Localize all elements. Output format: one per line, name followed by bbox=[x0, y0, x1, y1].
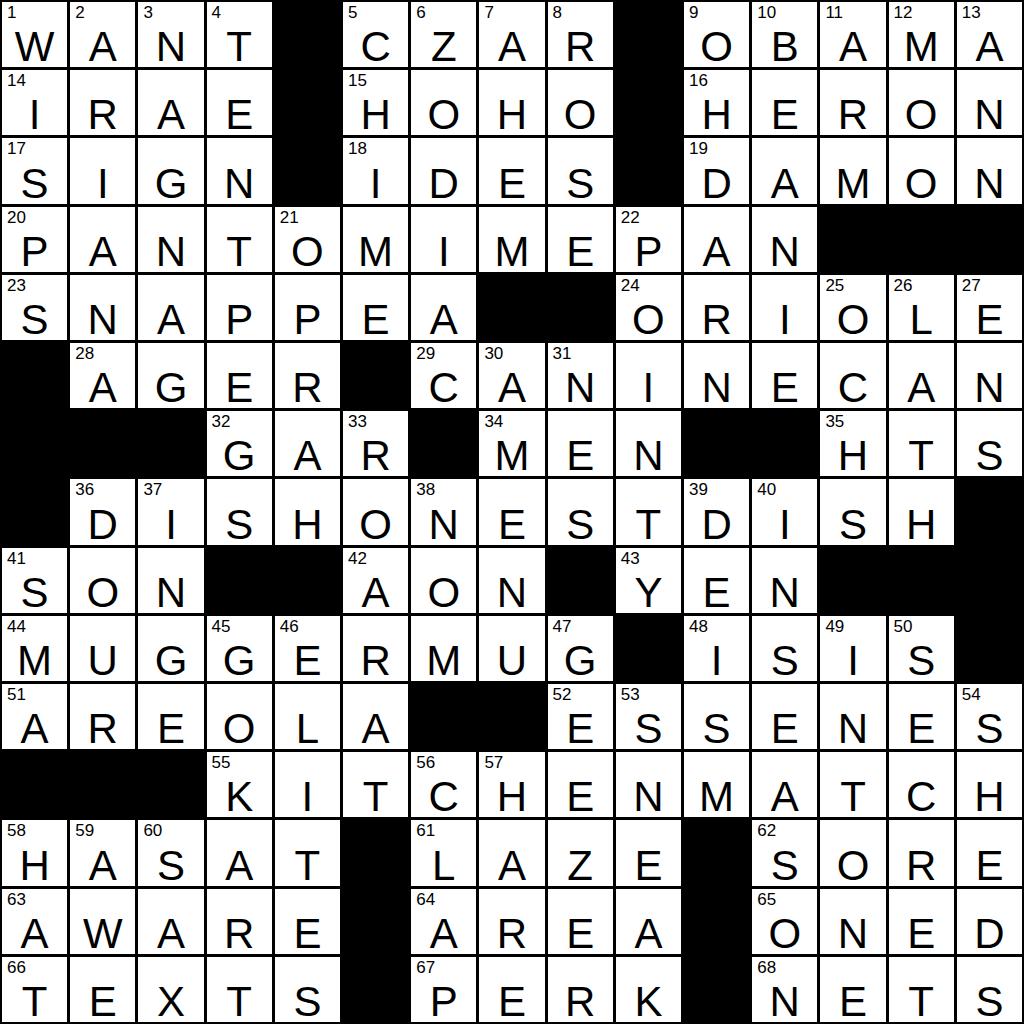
letter-cell[interactable]: A bbox=[752, 752, 817, 817]
letter-cell[interactable]: E bbox=[70, 957, 135, 1022]
clue-number: 67 bbox=[416, 959, 435, 978]
cell-letter: E bbox=[684, 572, 749, 613]
letter-cell[interactable]: 61L bbox=[411, 820, 476, 885]
letter-cell[interactable]: A bbox=[343, 684, 408, 749]
clue-number: 55 bbox=[212, 754, 231, 773]
letter-cell[interactable]: M bbox=[479, 207, 544, 272]
cell-letter: M bbox=[479, 231, 544, 272]
letter-cell[interactable]: M bbox=[411, 616, 476, 681]
cell-letter: G bbox=[548, 640, 613, 681]
letter-cell[interactable]: 10B bbox=[752, 2, 817, 67]
letter-cell[interactable]: E bbox=[275, 889, 340, 954]
letter-cell[interactable]: 41S bbox=[2, 548, 67, 613]
letter-cell[interactable]: 58H bbox=[2, 820, 67, 885]
letter-cell[interactable]: 36D bbox=[70, 479, 135, 544]
letter-cell[interactable]: A bbox=[207, 820, 272, 885]
block-cell bbox=[616, 2, 681, 67]
letter-cell[interactable]: E bbox=[889, 684, 954, 749]
cell-letter: P bbox=[2, 231, 67, 272]
cell-letter: S bbox=[548, 163, 613, 204]
letter-cell[interactable]: 67P bbox=[411, 957, 476, 1022]
cell-letter: D bbox=[957, 913, 1022, 954]
letter-cell[interactable]: 9O bbox=[684, 2, 749, 67]
cell-letter: A bbox=[479, 26, 544, 67]
cell-letter: A bbox=[70, 231, 135, 272]
letter-cell[interactable]: 47G bbox=[548, 616, 613, 681]
letter-cell[interactable]: O bbox=[820, 820, 885, 885]
letter-cell[interactable]: I bbox=[275, 752, 340, 817]
clue-number: 20 bbox=[7, 209, 26, 228]
cell-letter: T bbox=[343, 776, 408, 817]
letter-cell[interactable]: O bbox=[70, 548, 135, 613]
cell-letter: T bbox=[207, 231, 272, 272]
letter-cell[interactable]: G bbox=[138, 138, 203, 203]
cell-letter: S bbox=[957, 435, 1022, 476]
letter-cell[interactable]: 16H bbox=[684, 70, 749, 135]
letter-cell[interactable]: M bbox=[820, 138, 885, 203]
letter-cell[interactable]: Z bbox=[548, 820, 613, 885]
clue-number: 59 bbox=[75, 822, 94, 841]
letter-cell[interactable]: N bbox=[752, 207, 817, 272]
cell-letter: E bbox=[957, 299, 1022, 340]
letter-cell[interactable]: 45G bbox=[207, 616, 272, 681]
cell-letter: I bbox=[138, 504, 203, 545]
letter-cell[interactable]: 54S bbox=[957, 684, 1022, 749]
letter-cell[interactable]: A bbox=[138, 275, 203, 340]
letter-cell[interactable]: N bbox=[684, 343, 749, 408]
cell-letter: A bbox=[752, 776, 817, 817]
letter-cell[interactable]: R bbox=[275, 343, 340, 408]
letter-cell[interactable]: E bbox=[752, 70, 817, 135]
letter-cell[interactable]: 43Y bbox=[616, 548, 681, 613]
letter-cell[interactable]: 60S bbox=[138, 820, 203, 885]
letter-cell[interactable]: E bbox=[820, 957, 885, 1022]
letter-cell[interactable]: 68N bbox=[752, 957, 817, 1022]
letter-cell[interactable]: T bbox=[820, 752, 885, 817]
letter-cell[interactable]: S bbox=[207, 479, 272, 544]
block-cell bbox=[138, 411, 203, 476]
cell-letter: K bbox=[616, 981, 681, 1022]
letter-cell[interactable]: 19D bbox=[684, 138, 749, 203]
letter-cell[interactable]: S bbox=[957, 411, 1022, 476]
letter-cell[interactable]: 12M bbox=[889, 2, 954, 67]
letter-cell[interactable]: H bbox=[275, 479, 340, 544]
cell-letter: R bbox=[820, 94, 885, 135]
clue-number: 39 bbox=[689, 481, 708, 500]
cell-letter: S bbox=[207, 504, 272, 545]
letter-cell[interactable]: 13A bbox=[957, 2, 1022, 67]
letter-cell[interactable]: N bbox=[957, 70, 1022, 135]
letter-cell[interactable]: 26L bbox=[889, 275, 954, 340]
letter-cell[interactable]: O bbox=[411, 70, 476, 135]
block-cell bbox=[616, 138, 681, 203]
letter-cell[interactable]: A bbox=[479, 820, 544, 885]
cell-letter: E bbox=[343, 299, 408, 340]
letter-cell[interactable]: N bbox=[820, 889, 885, 954]
letter-cell[interactable]: N bbox=[957, 138, 1022, 203]
letter-cell[interactable]: H bbox=[889, 479, 954, 544]
letter-cell[interactable]: E bbox=[138, 684, 203, 749]
cell-letter: C bbox=[411, 776, 476, 817]
cell-letter: L bbox=[889, 299, 954, 340]
block-cell bbox=[820, 207, 885, 272]
letter-cell[interactable]: N bbox=[616, 411, 681, 476]
letter-cell[interactable]: O bbox=[889, 70, 954, 135]
letter-cell[interactable]: A bbox=[138, 70, 203, 135]
clue-number: 45 bbox=[212, 618, 231, 637]
cell-letter: O bbox=[70, 572, 135, 613]
cell-letter: E bbox=[479, 163, 544, 204]
cell-letter: E bbox=[820, 981, 885, 1022]
letter-cell[interactable]: E bbox=[752, 684, 817, 749]
cell-letter: A bbox=[70, 26, 135, 67]
letter-cell[interactable]: 24O bbox=[616, 275, 681, 340]
block-cell bbox=[2, 411, 67, 476]
clue-number: 13 bbox=[962, 4, 981, 23]
clue-number: 42 bbox=[348, 550, 367, 569]
letter-cell[interactable]: 51A bbox=[2, 684, 67, 749]
letter-cell[interactable]: 39D bbox=[684, 479, 749, 544]
clue-number: 27 bbox=[962, 277, 981, 296]
letter-cell[interactable]: R bbox=[70, 684, 135, 749]
clue-number: 5 bbox=[348, 4, 357, 23]
cell-letter: N bbox=[207, 163, 272, 204]
letter-cell[interactable]: E bbox=[616, 820, 681, 885]
letter-cell[interactable]: W bbox=[70, 889, 135, 954]
cell-letter: O bbox=[820, 845, 885, 886]
letter-cell[interactable]: A bbox=[411, 275, 476, 340]
clue-number: 30 bbox=[484, 345, 503, 364]
cell-letter: N bbox=[752, 572, 817, 613]
clue-number: 50 bbox=[894, 618, 913, 637]
letter-cell[interactable]: L bbox=[275, 684, 340, 749]
block-cell bbox=[411, 411, 476, 476]
clue-number: 63 bbox=[7, 891, 26, 910]
letter-cell[interactable]: N bbox=[752, 548, 817, 613]
letter-cell[interactable]: 11A bbox=[820, 2, 885, 67]
letter-cell[interactable]: 18I bbox=[343, 138, 408, 203]
letter-cell[interactable]: X bbox=[138, 957, 203, 1022]
letter-cell[interactable]: N bbox=[138, 207, 203, 272]
cell-letter: N bbox=[820, 913, 885, 954]
cell-letter: H bbox=[479, 776, 544, 817]
letter-cell[interactable]: 5C bbox=[343, 2, 408, 67]
letter-cell[interactable]: H bbox=[479, 70, 544, 135]
letter-cell[interactable]: A bbox=[889, 343, 954, 408]
letter-cell[interactable]: 29C bbox=[411, 343, 476, 408]
letter-cell[interactable]: 28A bbox=[70, 343, 135, 408]
letter-cell[interactable]: 38N bbox=[411, 479, 476, 544]
block-cell bbox=[207, 548, 272, 613]
letter-cell[interactable]: 52E bbox=[548, 684, 613, 749]
letter-cell[interactable]: O bbox=[548, 70, 613, 135]
letter-cell[interactable]: O bbox=[343, 479, 408, 544]
letter-cell[interactable]: M bbox=[684, 752, 749, 817]
clue-number: 41 bbox=[7, 550, 26, 569]
letter-cell[interactable]: A bbox=[684, 207, 749, 272]
letter-cell[interactable]: T bbox=[207, 957, 272, 1022]
letter-cell[interactable]: E bbox=[479, 957, 544, 1022]
cell-letter: H bbox=[957, 776, 1022, 817]
cell-letter: I bbox=[2, 94, 67, 135]
letter-cell[interactable]: E bbox=[957, 820, 1022, 885]
letter-cell[interactable]: 27E bbox=[957, 275, 1022, 340]
cell-letter: N bbox=[957, 94, 1022, 135]
letter-cell[interactable]: T bbox=[343, 752, 408, 817]
cell-letter: E bbox=[548, 913, 613, 954]
cell-letter: N bbox=[548, 367, 613, 408]
clue-number: 8 bbox=[553, 4, 562, 23]
letter-cell[interactable]: 20P bbox=[2, 207, 67, 272]
cell-letter: A bbox=[411, 913, 476, 954]
block-cell bbox=[275, 548, 340, 613]
letter-cell[interactable]: 4T bbox=[207, 2, 272, 67]
letter-cell[interactable]: H bbox=[957, 752, 1022, 817]
letter-cell[interactable]: 31N bbox=[548, 343, 613, 408]
cell-letter: N bbox=[138, 26, 203, 67]
letter-cell[interactable]: S bbox=[548, 138, 613, 203]
letter-cell[interactable]: R bbox=[207, 889, 272, 954]
letter-cell[interactable]: 8R bbox=[548, 2, 613, 67]
letter-cell[interactable]: T bbox=[889, 411, 954, 476]
letter-cell[interactable]: I bbox=[752, 275, 817, 340]
letter-cell[interactable]: 35H bbox=[820, 411, 885, 476]
letter-cell[interactable]: 30A bbox=[479, 343, 544, 408]
letter-cell[interactable]: E bbox=[548, 889, 613, 954]
cell-letter: C bbox=[343, 26, 408, 67]
cell-letter: A bbox=[275, 435, 340, 476]
letter-cell[interactable]: N bbox=[70, 275, 135, 340]
letter-cell[interactable]: E bbox=[548, 207, 613, 272]
letter-cell[interactable]: 3N bbox=[138, 2, 203, 67]
cell-letter: S bbox=[138, 845, 203, 886]
letter-cell[interactable]: E bbox=[207, 343, 272, 408]
letter-cell[interactable]: 34M bbox=[479, 411, 544, 476]
cell-letter: R bbox=[684, 299, 749, 340]
letter-cell[interactable]: S bbox=[957, 957, 1022, 1022]
letter-cell[interactable]: N bbox=[820, 684, 885, 749]
cell-letter: T bbox=[889, 981, 954, 1022]
letter-cell[interactable]: O bbox=[207, 684, 272, 749]
letter-cell[interactable]: A bbox=[70, 207, 135, 272]
clue-number: 28 bbox=[75, 345, 94, 364]
letter-cell[interactable]: 1W bbox=[2, 2, 67, 67]
letter-cell[interactable]: S bbox=[820, 479, 885, 544]
letter-cell[interactable]: 59A bbox=[70, 820, 135, 885]
cell-letter: S bbox=[684, 708, 749, 749]
cell-letter: E bbox=[548, 231, 613, 272]
letter-cell[interactable]: 57H bbox=[479, 752, 544, 817]
letter-cell[interactable]: G bbox=[138, 616, 203, 681]
letter-cell[interactable]: U bbox=[70, 616, 135, 681]
cell-letter: E bbox=[752, 708, 817, 749]
cell-letter: C bbox=[889, 776, 954, 817]
letter-cell[interactable]: 62S bbox=[752, 820, 817, 885]
cell-letter: S bbox=[2, 163, 67, 204]
cell-letter: A bbox=[479, 367, 544, 408]
letter-cell[interactable]: T bbox=[275, 820, 340, 885]
block-cell bbox=[2, 752, 67, 817]
block-cell bbox=[70, 752, 135, 817]
cell-letter: S bbox=[616, 708, 681, 749]
letter-cell[interactable]: 7A bbox=[479, 2, 544, 67]
letter-cell[interactable]: T bbox=[616, 479, 681, 544]
letter-cell[interactable]: T bbox=[889, 957, 954, 1022]
letter-cell[interactable]: U bbox=[479, 616, 544, 681]
cell-letter: O bbox=[411, 572, 476, 613]
letter-cell[interactable]: E bbox=[548, 411, 613, 476]
letter-cell[interactable]: 64A bbox=[411, 889, 476, 954]
cell-letter: S bbox=[889, 640, 954, 681]
clue-number: 48 bbox=[689, 618, 708, 637]
letter-cell[interactable]: 6Z bbox=[411, 2, 476, 67]
letter-cell[interactable]: 53S bbox=[616, 684, 681, 749]
letter-cell[interactable]: G bbox=[138, 343, 203, 408]
letter-cell[interactable]: P bbox=[275, 275, 340, 340]
letter-cell[interactable]: R bbox=[343, 616, 408, 681]
block-cell bbox=[275, 138, 340, 203]
block-cell bbox=[343, 820, 408, 885]
letter-cell[interactable]: A bbox=[752, 138, 817, 203]
letter-cell[interactable]: S bbox=[752, 616, 817, 681]
clue-number: 21 bbox=[280, 209, 299, 228]
letter-cell[interactable]: 49I bbox=[820, 616, 885, 681]
letter-cell[interactable]: 14I bbox=[2, 70, 67, 135]
letter-cell[interactable]: O bbox=[889, 138, 954, 203]
letter-cell[interactable]: 2A bbox=[70, 2, 135, 67]
cell-letter: O bbox=[889, 163, 954, 204]
clue-number: 60 bbox=[143, 822, 162, 841]
cell-letter: T bbox=[616, 504, 681, 545]
clue-number: 3 bbox=[143, 4, 152, 23]
letter-cell[interactable]: R bbox=[479, 889, 544, 954]
letter-cell[interactable]: C bbox=[889, 752, 954, 817]
block-cell bbox=[2, 479, 67, 544]
letter-cell[interactable]: S bbox=[548, 479, 613, 544]
cell-letter: H bbox=[2, 845, 67, 886]
clue-number: 57 bbox=[484, 754, 503, 773]
letter-cell[interactable]: 32G bbox=[207, 411, 272, 476]
letter-cell[interactable]: I bbox=[616, 343, 681, 408]
cell-letter: N bbox=[820, 708, 885, 749]
block-cell bbox=[70, 411, 135, 476]
letter-cell[interactable]: S bbox=[684, 684, 749, 749]
letter-cell[interactable]: E bbox=[479, 138, 544, 203]
block-cell bbox=[957, 479, 1022, 544]
letter-cell[interactable]: E bbox=[684, 548, 749, 613]
letter-cell[interactable]: E bbox=[548, 752, 613, 817]
letter-cell[interactable]: N bbox=[138, 548, 203, 613]
letter-cell[interactable]: A bbox=[275, 411, 340, 476]
letter-cell[interactable]: 37I bbox=[138, 479, 203, 544]
letter-cell[interactable]: N bbox=[957, 343, 1022, 408]
block-cell bbox=[479, 684, 544, 749]
clue-number: 23 bbox=[7, 277, 26, 296]
letter-cell[interactable]: 65O bbox=[752, 889, 817, 954]
letter-cell[interactable]: 50S bbox=[889, 616, 954, 681]
letter-cell[interactable]: N bbox=[616, 752, 681, 817]
letter-cell[interactable]: 15H bbox=[343, 70, 408, 135]
letter-cell[interactable]: C bbox=[820, 343, 885, 408]
letter-cell[interactable]: O bbox=[411, 548, 476, 613]
cell-letter: T bbox=[207, 26, 272, 67]
cell-letter: S bbox=[2, 572, 67, 613]
letter-cell[interactable]: D bbox=[957, 889, 1022, 954]
letter-cell[interactable]: E bbox=[207, 70, 272, 135]
letter-cell[interactable]: 44M bbox=[2, 616, 67, 681]
block-cell bbox=[684, 820, 749, 885]
letter-cell[interactable]: 46E bbox=[275, 616, 340, 681]
cell-letter: H bbox=[479, 94, 544, 135]
letter-cell[interactable]: 42A bbox=[343, 548, 408, 613]
letter-cell[interactable]: N bbox=[479, 548, 544, 613]
letter-cell[interactable]: D bbox=[411, 138, 476, 203]
letter-cell[interactable]: S bbox=[275, 957, 340, 1022]
letter-cell[interactable]: 17S bbox=[2, 138, 67, 203]
letter-cell[interactable]: P bbox=[207, 275, 272, 340]
cell-letter: G bbox=[138, 163, 203, 204]
clue-number: 25 bbox=[825, 277, 844, 296]
cell-letter: M bbox=[2, 640, 67, 681]
cell-letter: E bbox=[548, 435, 613, 476]
cell-letter: I bbox=[684, 640, 749, 681]
letter-cell[interactable]: 63A bbox=[2, 889, 67, 954]
letter-cell[interactable]: T bbox=[207, 207, 272, 272]
cell-letter: O bbox=[548, 94, 613, 135]
letter-cell[interactable]: 22P bbox=[616, 207, 681, 272]
letter-cell[interactable]: R bbox=[70, 70, 135, 135]
cell-letter: M bbox=[411, 640, 476, 681]
letter-cell[interactable]: R bbox=[820, 70, 885, 135]
clue-number: 64 bbox=[416, 891, 435, 910]
letter-cell[interactable]: E bbox=[343, 275, 408, 340]
letter-cell[interactable]: 23S bbox=[2, 275, 67, 340]
letter-cell[interactable]: 25O bbox=[820, 275, 885, 340]
letter-cell[interactable]: E bbox=[752, 343, 817, 408]
cell-letter: R bbox=[343, 640, 408, 681]
cell-letter: S bbox=[957, 981, 1022, 1022]
letter-cell[interactable]: R bbox=[684, 275, 749, 340]
letter-cell[interactable]: 21O bbox=[275, 207, 340, 272]
letter-cell[interactable]: A bbox=[616, 889, 681, 954]
letter-cell[interactable]: M bbox=[343, 207, 408, 272]
letter-cell[interactable]: E bbox=[479, 479, 544, 544]
letter-cell[interactable]: N bbox=[207, 138, 272, 203]
letter-cell[interactable]: I bbox=[411, 207, 476, 272]
cell-letter: A bbox=[2, 913, 67, 954]
cell-letter: S bbox=[2, 299, 67, 340]
letter-cell[interactable]: K bbox=[616, 957, 681, 1022]
letter-cell[interactable]: I bbox=[70, 138, 135, 203]
cell-letter: D bbox=[684, 163, 749, 204]
letter-cell[interactable]: 56C bbox=[411, 752, 476, 817]
cell-letter: I bbox=[411, 231, 476, 272]
letter-cell[interactable]: 55K bbox=[207, 752, 272, 817]
clue-number: 11 bbox=[825, 4, 843, 23]
letter-cell[interactable]: 40I bbox=[752, 479, 817, 544]
clue-number: 7 bbox=[484, 4, 493, 23]
letter-cell[interactable]: A bbox=[138, 889, 203, 954]
clue-number: 66 bbox=[7, 959, 26, 978]
block-cell bbox=[616, 616, 681, 681]
letter-cell[interactable]: R bbox=[548, 957, 613, 1022]
letter-cell[interactable]: R bbox=[889, 820, 954, 885]
letter-cell[interactable]: 33R bbox=[343, 411, 408, 476]
letter-cell[interactable]: 48I bbox=[684, 616, 749, 681]
letter-cell[interactable]: 66T bbox=[2, 957, 67, 1022]
letter-cell[interactable]: E bbox=[889, 889, 954, 954]
cell-letter: R bbox=[70, 708, 135, 749]
